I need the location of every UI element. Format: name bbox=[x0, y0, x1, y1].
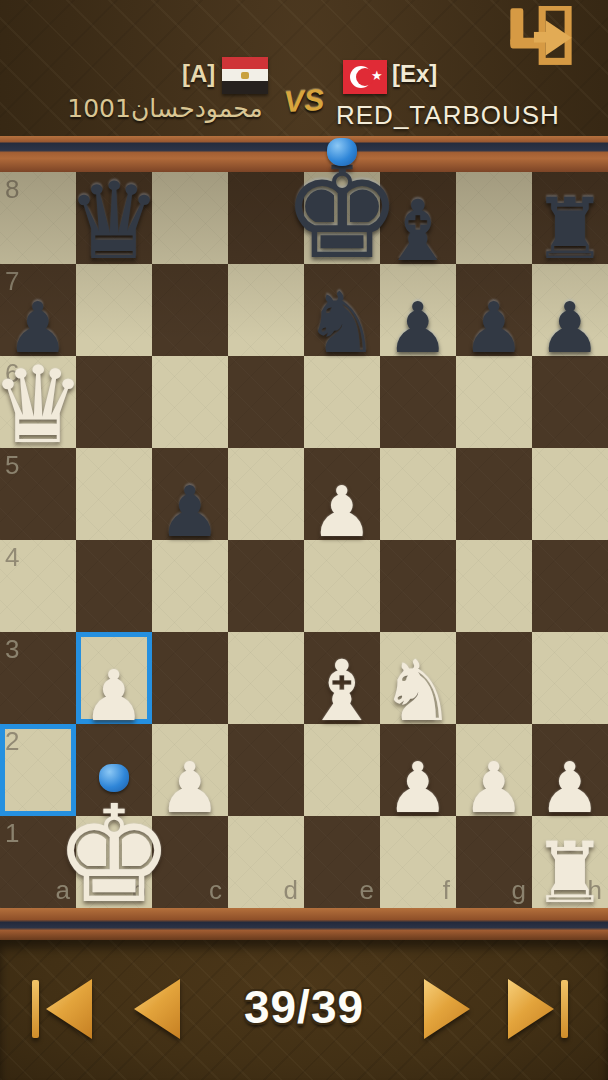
white-knight-icon: ♞ bbox=[380, 653, 455, 730]
square-g4[interactable] bbox=[456, 540, 532, 632]
piece-black-queen-b8[interactable]: ♛ bbox=[76, 172, 152, 264]
square-d6[interactable] bbox=[228, 356, 304, 448]
piece-white-bishop-e3[interactable]: ♝ bbox=[304, 632, 380, 724]
square-f4[interactable] bbox=[380, 540, 456, 632]
previous-move-icon bbox=[134, 979, 180, 1039]
piece-black-pawn-c5[interactable]: ♟ bbox=[152, 448, 228, 540]
square-f6[interactable] bbox=[380, 356, 456, 448]
file-label-d: d bbox=[284, 875, 298, 906]
chess-app-screen: [A] VS ★ [Ex] محمودحسان1001 RED_TARBOUSH… bbox=[0, 0, 608, 1080]
file-label-f: f bbox=[443, 875, 450, 906]
piece-black-rook-h8[interactable]: ♜ bbox=[532, 172, 608, 264]
piece-white-queen-a6[interactable]: ♛ bbox=[0, 356, 76, 448]
piece-black-bishop-f8[interactable]: ♝ bbox=[380, 172, 456, 264]
square-a3[interactable]: 3 bbox=[0, 632, 76, 724]
square-c6[interactable] bbox=[152, 356, 228, 448]
piece-black-pawn-f7[interactable]: ♟ bbox=[380, 264, 456, 356]
white-pawn-icon: ♟ bbox=[387, 756, 450, 820]
square-a4[interactable]: 4 bbox=[0, 540, 76, 632]
white-king-icon: ♚ bbox=[54, 794, 174, 917]
rank-label-1: 1 bbox=[5, 818, 19, 849]
piece-white-pawn-f2[interactable]: ♟ bbox=[380, 724, 456, 816]
square-b4[interactable] bbox=[76, 540, 152, 632]
square-e4[interactable] bbox=[304, 540, 380, 632]
left-player-name: محمودحسان1001 bbox=[40, 94, 290, 123]
black-queen-icon: ♛ bbox=[66, 173, 161, 271]
turkey-flag: ★ bbox=[343, 60, 387, 94]
square-g5[interactable] bbox=[456, 448, 532, 540]
piece-white-pawn-g2[interactable]: ♟ bbox=[456, 724, 532, 816]
file-label-g: g bbox=[512, 875, 526, 906]
black-bishop-icon: ♝ bbox=[380, 193, 455, 270]
king-marker bbox=[327, 138, 357, 166]
white-pawn-icon: ♟ bbox=[539, 756, 602, 820]
black-pawn-icon: ♟ bbox=[539, 296, 602, 360]
square-e1[interactable]: e bbox=[304, 816, 380, 908]
left-player-tag: [A] bbox=[182, 60, 215, 88]
rank-label-8: 8 bbox=[5, 174, 19, 205]
skip-to-start-button[interactable] bbox=[32, 978, 92, 1040]
white-pawn-icon: ♟ bbox=[83, 664, 146, 728]
square-h6[interactable] bbox=[532, 356, 608, 448]
square-d4[interactable] bbox=[228, 540, 304, 632]
piece-black-pawn-a7[interactable]: ♟ bbox=[0, 264, 76, 356]
move-counter: 39/39 bbox=[214, 980, 394, 1034]
white-rook-icon: ♜ bbox=[532, 835, 607, 912]
square-c8[interactable] bbox=[152, 172, 228, 264]
skip-to-start-icon bbox=[32, 980, 39, 1038]
piece-white-knight-f3[interactable]: ♞ bbox=[380, 632, 456, 724]
piece-white-rook-h1[interactable]: ♜ bbox=[532, 816, 608, 908]
square-b6[interactable] bbox=[76, 356, 152, 448]
star-icon: ★ bbox=[371, 68, 383, 83]
king-marker bbox=[99, 764, 129, 792]
white-queen-icon: ♛ bbox=[0, 357, 86, 455]
right-player-name: RED_TARBOUSH bbox=[336, 100, 556, 131]
square-d5[interactable] bbox=[228, 448, 304, 540]
square-d2[interactable] bbox=[228, 724, 304, 816]
square-b5[interactable] bbox=[76, 448, 152, 540]
rank-label-3: 3 bbox=[5, 634, 19, 665]
square-h3[interactable] bbox=[532, 632, 608, 724]
piece-white-pawn-b3[interactable]: ♟ bbox=[76, 632, 152, 724]
white-pawn-icon: ♟ bbox=[463, 756, 526, 820]
black-knight-icon: ♞ bbox=[304, 285, 379, 362]
square-f5[interactable] bbox=[380, 448, 456, 540]
square-g8[interactable] bbox=[456, 172, 532, 264]
piece-black-knight-e7[interactable]: ♞ bbox=[304, 264, 380, 356]
square-a8[interactable]: 8 bbox=[0, 172, 76, 264]
next-move-button[interactable] bbox=[424, 978, 470, 1040]
chess-board: 87654321abcdefgh♛♚♝♜♟♞♟♟♟♛♟♟♟♝♞♟♟♟♟♚♜ bbox=[0, 172, 608, 908]
skip-to-end-button[interactable] bbox=[508, 978, 568, 1040]
piece-black-pawn-h7[interactable]: ♟ bbox=[532, 264, 608, 356]
file-label-c: c bbox=[209, 875, 222, 906]
piece-white-pawn-h2[interactable]: ♟ bbox=[532, 724, 608, 816]
next-move-icon bbox=[424, 979, 470, 1039]
square-h4[interactable] bbox=[532, 540, 608, 632]
exit-door-arrow-icon[interactable] bbox=[505, 6, 577, 72]
square-d1[interactable]: d bbox=[228, 816, 304, 908]
replay-bar: 39/39 bbox=[0, 940, 608, 1080]
black-rook-icon: ♜ bbox=[532, 191, 607, 268]
white-pawn-icon: ♟ bbox=[311, 480, 374, 544]
piece-black-pawn-g7[interactable]: ♟ bbox=[456, 264, 532, 356]
square-h5[interactable] bbox=[532, 448, 608, 540]
square-d3[interactable] bbox=[228, 632, 304, 724]
square-c7[interactable] bbox=[152, 264, 228, 356]
black-pawn-icon: ♟ bbox=[387, 296, 450, 360]
square-c3[interactable] bbox=[152, 632, 228, 724]
right-player-tag: [Ex] bbox=[392, 60, 437, 88]
black-pawn-icon: ♟ bbox=[159, 480, 222, 544]
previous-move-button[interactable] bbox=[134, 978, 180, 1040]
square-g6[interactable] bbox=[456, 356, 532, 448]
rank-label-2: 2 bbox=[5, 726, 19, 757]
square-f1[interactable]: f bbox=[380, 816, 456, 908]
piece-white-king-b1[interactable]: ♚ bbox=[76, 816, 152, 908]
piece-black-king-e8[interactable]: ♚ bbox=[304, 172, 380, 264]
skip-to-end-icon bbox=[561, 980, 568, 1038]
rank-label-4: 4 bbox=[5, 542, 19, 573]
file-label-e: e bbox=[360, 875, 374, 906]
egypt-flag bbox=[222, 57, 268, 94]
black-pawn-icon: ♟ bbox=[463, 296, 526, 360]
square-c4[interactable] bbox=[152, 540, 228, 632]
piece-white-pawn-e5[interactable]: ♟ bbox=[304, 448, 380, 540]
square-g1[interactable]: g bbox=[456, 816, 532, 908]
square-g3[interactable] bbox=[456, 632, 532, 724]
white-bishop-icon: ♝ bbox=[304, 653, 379, 730]
